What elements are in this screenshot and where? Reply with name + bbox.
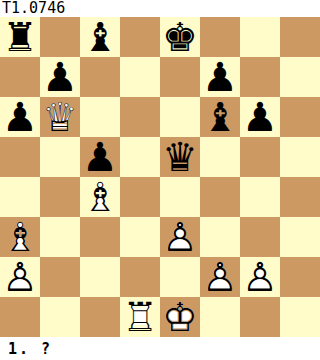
square-c6[interactable] [80,97,120,137]
square-a2[interactable]: ♟♙ [0,257,40,297]
square-a1[interactable] [0,297,40,337]
square-g6[interactable]: ♟ [240,97,280,137]
square-a7[interactable] [0,57,40,97]
square-h5[interactable] [280,137,320,177]
square-a3[interactable]: ♝♗ [0,217,40,257]
square-c5[interactable]: ♟ [80,137,120,177]
square-h4[interactable] [280,177,320,217]
black-pawn-glyph: ♟ [80,137,120,177]
square-g1[interactable] [240,297,280,337]
square-c8[interactable]: ♝ [80,17,120,57]
white-pawn-outline: ♙ [160,217,200,257]
white-rook-outline: ♖ [120,297,160,337]
square-a6[interactable]: ♟ [0,97,40,137]
black-king-glyph: ♚ [160,17,200,57]
square-d3[interactable] [120,217,160,257]
white-pawn-outline: ♙ [200,257,240,297]
black-bishop-piece[interactable]: ♝ [200,97,240,137]
white-pawn-outline: ♙ [240,257,280,297]
chess-puzzle-window: T1.0746 ♜♝♚♟♟♟♛♕♝♟♟♛♝♗♝♗♟♙♟♙♟♙♟♙♜♖♚♔ 1. … [0,0,320,360]
black-bishop-glyph: ♝ [200,97,240,137]
square-f7[interactable]: ♟ [200,57,240,97]
black-pawn-glyph: ♟ [0,97,40,137]
square-a8[interactable]: ♜ [0,17,40,57]
black-pawn-piece[interactable]: ♟ [0,97,40,137]
square-d1[interactable]: ♜♖ [120,297,160,337]
black-pawn-piece[interactable]: ♟ [240,97,280,137]
title-bar: T1.0746 [0,0,320,17]
square-c3[interactable] [80,217,120,257]
square-g5[interactable] [240,137,280,177]
square-a5[interactable] [0,137,40,177]
black-king-piece[interactable]: ♚ [160,17,200,57]
square-h7[interactable] [280,57,320,97]
square-e1[interactable]: ♚♔ [160,297,200,337]
square-h1[interactable] [280,297,320,337]
white-bishop-outline: ♗ [0,217,40,257]
square-b2[interactable] [40,257,80,297]
caption-bar: 1. ? [0,337,320,360]
square-c7[interactable] [80,57,120,97]
square-e3[interactable]: ♟♙ [160,217,200,257]
square-g3[interactable] [240,217,280,257]
white-pawn-piece[interactable]: ♟♙ [160,217,200,257]
square-g2[interactable]: ♟♙ [240,257,280,297]
square-b3[interactable] [40,217,80,257]
white-king-piece[interactable]: ♚♔ [160,297,200,337]
black-pawn-piece[interactable]: ♟ [200,57,240,97]
chess-board: ♜♝♚♟♟♟♛♕♝♟♟♛♝♗♝♗♟♙♟♙♟♙♟♙♜♖♚♔ [0,17,320,337]
square-g7[interactable] [240,57,280,97]
square-e2[interactable] [160,257,200,297]
square-f3[interactable] [200,217,240,257]
white-queen-outline: ♕ [40,97,80,137]
square-d5[interactable] [120,137,160,177]
black-pawn-glyph: ♟ [240,97,280,137]
black-pawn-glyph: ♟ [40,57,80,97]
square-h6[interactable] [280,97,320,137]
black-pawn-piece[interactable]: ♟ [80,137,120,177]
square-e4[interactable] [160,177,200,217]
square-b5[interactable] [40,137,80,177]
square-c4[interactable]: ♝♗ [80,177,120,217]
square-h8[interactable] [280,17,320,57]
square-b8[interactable] [40,17,80,57]
white-rook-piece[interactable]: ♜♖ [120,297,160,337]
square-f5[interactable] [200,137,240,177]
square-f2[interactable]: ♟♙ [200,257,240,297]
square-b1[interactable] [40,297,80,337]
white-queen-piece[interactable]: ♛♕ [40,97,80,137]
white-pawn-piece[interactable]: ♟♙ [0,257,40,297]
square-e6[interactable] [160,97,200,137]
black-pawn-glyph: ♟ [200,57,240,97]
white-bishop-piece[interactable]: ♝♗ [0,217,40,257]
square-d2[interactable] [120,257,160,297]
square-b7[interactable]: ♟ [40,57,80,97]
white-bishop-outline: ♗ [80,177,120,217]
square-a4[interactable] [0,177,40,217]
white-bishop-piece[interactable]: ♝♗ [80,177,120,217]
move-prompt: 1. ? [0,340,52,358]
square-f1[interactable] [200,297,240,337]
square-b6[interactable]: ♛♕ [40,97,80,137]
white-pawn-piece[interactable]: ♟♙ [240,257,280,297]
square-e8[interactable]: ♚ [160,17,200,57]
square-g4[interactable] [240,177,280,217]
square-e5[interactable]: ♛ [160,137,200,177]
black-bishop-glyph: ♝ [80,17,120,57]
square-e7[interactable] [160,57,200,97]
square-b4[interactable] [40,177,80,217]
square-d8[interactable] [120,17,160,57]
square-c2[interactable] [80,257,120,297]
square-c1[interactable] [80,297,120,337]
black-queen-glyph: ♛ [160,137,200,177]
white-pawn-outline: ♙ [0,257,40,297]
white-pawn-piece[interactable]: ♟♙ [200,257,240,297]
square-f6[interactable]: ♝ [200,97,240,137]
black-queen-piece[interactable]: ♛ [160,137,200,177]
black-bishop-piece[interactable]: ♝ [80,17,120,57]
square-d6[interactable] [120,97,160,137]
white-king-outline: ♔ [160,297,200,337]
square-d4[interactable] [120,177,160,217]
square-d7[interactable] [120,57,160,97]
square-f4[interactable] [200,177,240,217]
square-h2[interactable] [280,257,320,297]
square-h3[interactable] [280,217,320,257]
black-rook-piece[interactable]: ♜ [0,17,40,57]
black-rook-glyph: ♜ [0,17,40,57]
square-g8[interactable] [240,17,280,57]
black-pawn-piece[interactable]: ♟ [40,57,80,97]
square-f8[interactable] [200,17,240,57]
